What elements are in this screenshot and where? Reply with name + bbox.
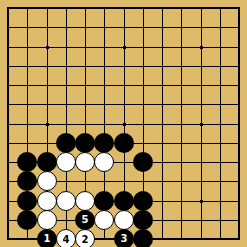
black-stone <box>56 133 76 153</box>
white-stone <box>37 210 57 230</box>
black-stone <box>133 210 153 230</box>
black-stone <box>94 133 114 153</box>
black-stone <box>114 191 134 211</box>
black-stone <box>75 133 95 153</box>
white-stone <box>94 152 114 172</box>
grid-line-vertical <box>162 8 163 239</box>
white-stone <box>37 191 57 211</box>
star-point <box>200 123 203 126</box>
go-diagram: 51423 <box>0 0 247 247</box>
star-point <box>123 46 126 49</box>
white-stone-move-2: 2 <box>75 229 95 247</box>
black-stone-move-1: 1 <box>37 229 57 247</box>
white-stone <box>94 210 114 230</box>
black-stone <box>133 191 153 211</box>
star-point <box>200 200 203 203</box>
grid-line-vertical <box>181 8 182 239</box>
white-stone <box>37 171 57 191</box>
black-stone-move-5: 5 <box>75 210 95 230</box>
white-stone <box>56 191 76 211</box>
star-point <box>123 123 126 126</box>
black-stone <box>133 152 153 172</box>
white-stone <box>114 210 134 230</box>
black-stone <box>17 152 37 172</box>
white-stone <box>56 152 76 172</box>
black-stone <box>94 191 114 211</box>
white-stone <box>75 152 95 172</box>
black-stone <box>17 191 37 211</box>
white-stone-move-4: 4 <box>56 229 76 247</box>
star-point <box>46 46 49 49</box>
grid-line-vertical <box>220 8 221 239</box>
black-stone <box>114 133 134 153</box>
black-stone <box>133 229 153 247</box>
star-point <box>46 123 49 126</box>
black-stone <box>37 152 57 172</box>
black-stone-move-3: 3 <box>114 229 134 247</box>
white-stone <box>75 191 95 211</box>
black-stone <box>17 210 37 230</box>
star-point <box>200 46 203 49</box>
black-stone <box>17 171 37 191</box>
